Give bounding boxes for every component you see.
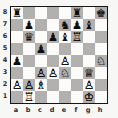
- piece-wQ: ♕: [84, 67, 94, 79]
- square-h3[interactable]: [95, 67, 107, 79]
- square-e4[interactable]: ♙: [59, 55, 71, 67]
- piece-wP: ♙: [84, 79, 94, 91]
- square-f5[interactable]: [71, 43, 83, 55]
- square-g8[interactable]: [83, 7, 95, 19]
- square-d6[interactable]: ♟: [47, 31, 59, 43]
- piece-bP: ♟: [24, 19, 34, 31]
- rank-label-5: 5: [1, 42, 9, 54]
- piece-wP: ♙: [60, 55, 70, 67]
- square-a7[interactable]: [11, 19, 23, 31]
- file-label-f: f: [70, 106, 82, 115]
- square-g4[interactable]: [83, 55, 95, 67]
- rank-label-8: 8: [1, 6, 9, 18]
- square-d1[interactable]: [47, 91, 59, 103]
- square-d2[interactable]: [47, 79, 59, 91]
- square-g7[interactable]: ♝: [83, 19, 95, 31]
- rank-label-4: 4: [1, 54, 9, 66]
- square-b7[interactable]: ♟: [23, 19, 35, 31]
- file-label-b: b: [22, 106, 34, 115]
- square-a2[interactable]: ♙: [11, 79, 23, 91]
- piece-bP: ♟: [36, 43, 46, 55]
- square-c5[interactable]: ♟: [35, 43, 47, 55]
- piece-wR: ♖: [72, 31, 82, 43]
- square-d8[interactable]: [47, 7, 59, 19]
- file-label-d: d: [46, 106, 58, 115]
- square-b8[interactable]: [23, 7, 35, 19]
- square-c8[interactable]: [35, 7, 47, 19]
- square-h8[interactable]: ♚: [95, 7, 107, 19]
- square-f2[interactable]: [71, 79, 83, 91]
- piece-wP: ♙: [36, 67, 46, 79]
- piece-bR: ♜: [12, 7, 22, 19]
- square-h1[interactable]: [95, 91, 107, 103]
- piece-wP: ♙: [12, 79, 22, 91]
- square-f6[interactable]: ♖: [71, 31, 83, 43]
- piece-wR: ♖: [24, 91, 34, 103]
- square-b6[interactable]: ♛: [23, 31, 35, 43]
- square-e1[interactable]: [59, 91, 71, 103]
- file-label-a: a: [10, 106, 22, 115]
- piece-bP: ♟: [12, 55, 22, 67]
- piece-wB: ♗: [36, 79, 46, 91]
- square-c2[interactable]: ♗: [35, 79, 47, 91]
- square-h2[interactable]: [95, 79, 107, 91]
- square-g2[interactable]: ♙: [83, 79, 95, 91]
- square-h7[interactable]: [95, 19, 107, 31]
- square-c4[interactable]: [35, 55, 47, 67]
- rank-labels: 87654321: [1, 6, 9, 102]
- rank-label-1: 1: [1, 90, 9, 102]
- piece-bQ: ♛: [24, 31, 34, 43]
- square-f3[interactable]: [71, 67, 83, 79]
- square-b1[interactable]: ♖: [23, 91, 35, 103]
- square-g3[interactable]: ♕: [83, 67, 95, 79]
- square-d5[interactable]: [47, 43, 59, 55]
- square-b5[interactable]: [23, 43, 35, 55]
- square-f8[interactable]: ♜: [71, 7, 83, 19]
- piece-wK: ♔: [84, 91, 94, 103]
- file-label-c: c: [34, 106, 46, 115]
- square-g6[interactable]: [83, 31, 95, 43]
- piece-bK: ♚: [96, 7, 106, 19]
- piece-wN: ♘: [96, 55, 106, 67]
- square-h6[interactable]: [95, 31, 107, 43]
- square-d3[interactable]: ♙: [47, 67, 59, 79]
- square-a1[interactable]: [11, 91, 23, 103]
- square-a5[interactable]: [11, 43, 23, 55]
- square-e7[interactable]: ♞: [59, 19, 71, 31]
- piece-wP: ♙: [48, 67, 58, 79]
- chess-board: ♜♜♚♟♞♟♝♛♟♝♖♟♟♙♘♙♙♘♕♙♙♗♙♖♔: [10, 6, 108, 104]
- square-e6[interactable]: ♝: [59, 31, 71, 43]
- square-g5[interactable]: [83, 43, 95, 55]
- square-b3[interactable]: [23, 67, 35, 79]
- file-label-e: e: [58, 106, 70, 115]
- square-c6[interactable]: [35, 31, 47, 43]
- square-b4[interactable]: [23, 55, 35, 67]
- square-f4[interactable]: [71, 55, 83, 67]
- square-g1[interactable]: ♔: [83, 91, 95, 103]
- rank-label-3: 3: [1, 66, 9, 78]
- chess-diagram: 87654321 ♜♜♚♟♞♟♝♛♟♝♖♟♟♙♘♙♙♘♕♙♙♗♙♖♔ abcde…: [0, 0, 118, 118]
- rank-label-2: 2: [1, 78, 9, 90]
- piece-bN: ♞: [60, 19, 70, 31]
- square-c7[interactable]: [35, 19, 47, 31]
- rank-label-6: 6: [1, 30, 9, 42]
- square-a8[interactable]: ♜: [11, 7, 23, 19]
- square-f7[interactable]: ♟: [71, 19, 83, 31]
- square-b2[interactable]: ♙: [23, 79, 35, 91]
- file-label-g: g: [82, 106, 94, 115]
- square-d7[interactable]: [47, 19, 59, 31]
- file-labels: abcdefgh: [10, 106, 106, 115]
- rank-label-7: 7: [1, 18, 9, 30]
- square-e2[interactable]: [59, 79, 71, 91]
- square-c1[interactable]: [35, 91, 47, 103]
- square-f1[interactable]: [71, 91, 83, 103]
- square-e3[interactable]: ♘: [59, 67, 71, 79]
- square-h5[interactable]: [95, 43, 107, 55]
- piece-bP: ♟: [48, 31, 58, 43]
- file-label-h: h: [94, 106, 106, 115]
- piece-bB: ♝: [60, 31, 70, 43]
- piece-wN: ♘: [60, 67, 70, 79]
- square-d4[interactable]: [47, 55, 59, 67]
- square-e5[interactable]: [59, 43, 71, 55]
- square-a4[interactable]: ♟: [11, 55, 23, 67]
- square-a6[interactable]: [11, 31, 23, 43]
- piece-bB: ♝: [84, 19, 94, 31]
- square-a3[interactable]: [11, 67, 23, 79]
- square-e8[interactable]: [59, 7, 71, 19]
- piece-bR: ♜: [72, 7, 82, 19]
- piece-bP: ♟: [72, 19, 82, 31]
- square-h4[interactable]: ♘: [95, 55, 107, 67]
- piece-wP: ♙: [24, 79, 34, 91]
- square-c3[interactable]: ♙: [35, 67, 47, 79]
